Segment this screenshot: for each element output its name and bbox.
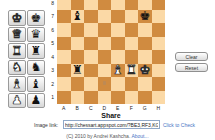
square-e5[interactable] [111, 37, 125, 51]
rank-label-7: 7 [46, 10, 55, 24]
palette-black-king[interactable]: ♚ [27, 10, 45, 26]
cursor-dot [103, 81, 106, 85]
square-f6[interactable] [125, 23, 139, 37]
copyright-text: (C) 2010 by Andrei Kashcha. [66, 133, 130, 139]
footer: (C) 2010 by Andrei Kashcha. About... [0, 133, 215, 139]
palette-white-queen[interactable]: ♛ [8, 27, 26, 43]
square-a2[interactable] [57, 77, 71, 91]
palette-white-king[interactable]: ♚ [8, 10, 26, 26]
piece-black-bishop-b7[interactable]: ♝ [71, 10, 85, 24]
square-h8[interactable] [152, 0, 166, 10]
square-h7[interactable] [152, 10, 166, 24]
palette-black-rook[interactable]: ♜ [27, 43, 45, 59]
piece-palette: ♚♚♛♛♜♜♞♞♝♝♟♟ [8, 10, 45, 108]
square-d6[interactable] [98, 23, 112, 37]
file-label-d: D [98, 105, 112, 111]
palette-black-knight[interactable]: ♞ [27, 60, 45, 76]
rank-label-2: 2 [46, 77, 55, 91]
palette-black-queen[interactable]: ♛ [27, 27, 45, 43]
square-a1[interactable] [57, 91, 71, 105]
rank-label-6: 6 [46, 23, 55, 37]
file-label-g: G [138, 105, 152, 111]
square-e8[interactable] [111, 0, 125, 10]
square-h3[interactable] [152, 64, 166, 78]
square-d7[interactable] [98, 10, 112, 24]
rank-label-4: 4 [46, 50, 55, 64]
square-a4[interactable] [57, 50, 71, 64]
square-h4[interactable] [152, 50, 166, 64]
square-c3[interactable] [84, 64, 98, 78]
file-label-a: A [57, 105, 71, 111]
square-f7[interactable] [125, 10, 139, 24]
palette-black-bishop[interactable]: ♝ [27, 76, 45, 92]
square-c2[interactable] [84, 77, 98, 91]
square-a7[interactable] [57, 10, 71, 24]
rank-label-5: 5 [46, 37, 55, 51]
square-a6[interactable] [57, 23, 71, 37]
square-c4[interactable] [84, 50, 98, 64]
square-d3[interactable] [98, 64, 112, 78]
palette-white-rook[interactable]: ♜ [8, 43, 26, 59]
square-e1[interactable] [111, 91, 125, 105]
image-link-label: Image link: [34, 122, 58, 128]
square-e7[interactable] [111, 10, 125, 24]
click-to-check-link[interactable]: Click to Check [163, 122, 195, 128]
square-g1[interactable] [138, 91, 152, 105]
square-b1[interactable] [71, 91, 85, 105]
file-labels: ABCDEFGH [57, 105, 165, 111]
file-label-e: E [111, 105, 125, 111]
square-f1[interactable] [125, 91, 139, 105]
square-g6[interactable] [138, 23, 152, 37]
file-label-b: B [71, 105, 85, 111]
square-d1[interactable] [98, 91, 112, 105]
rank-labels: 87654321 [46, 0, 55, 104]
piece-black-rook-b3[interactable]: ♜ [71, 64, 85, 78]
square-b2[interactable] [71, 77, 85, 91]
piece-white-king-g3[interactable]: ♚ [138, 64, 152, 78]
palette-white-pawn[interactable]: ♟ [8, 93, 26, 109]
square-f2[interactable] [125, 77, 139, 91]
palette-white-knight[interactable]: ♞ [8, 60, 26, 76]
square-a8[interactable] [57, 0, 71, 10]
piece-white-bishop-e3[interactable]: ♝ [111, 64, 125, 78]
square-c8[interactable] [84, 0, 98, 10]
about-link[interactable]: About... [131, 133, 148, 139]
square-c6[interactable] [84, 23, 98, 37]
palette-black-pawn[interactable]: ♟ [27, 93, 45, 109]
square-g2[interactable] [138, 77, 152, 91]
square-g5[interactable] [138, 37, 152, 51]
square-f8[interactable] [125, 0, 139, 10]
file-label-c: C [84, 105, 98, 111]
square-h2[interactable] [152, 77, 166, 91]
square-c7[interactable] [84, 10, 98, 24]
share-title: Share [57, 112, 165, 119]
file-label-h: H [152, 105, 166, 111]
palette-white-bishop[interactable]: ♝ [8, 76, 26, 92]
piece-white-rook-f3[interactable]: ♜ [125, 64, 139, 78]
file-label-f: F [125, 105, 139, 111]
square-b6[interactable] [71, 23, 85, 37]
reset-button[interactable]: Reset [175, 63, 208, 72]
square-a5[interactable] [57, 37, 71, 51]
square-b5[interactable] [71, 37, 85, 51]
square-e2[interactable] [111, 77, 125, 91]
rank-label-3: 3 [46, 64, 55, 78]
square-h6[interactable] [152, 23, 166, 37]
square-h1[interactable] [152, 91, 166, 105]
square-e6[interactable] [111, 23, 125, 37]
piece-black-king-g7[interactable]: ♚ [138, 10, 152, 24]
square-c1[interactable] [84, 91, 98, 105]
square-h5[interactable] [152, 37, 166, 51]
square-c5[interactable] [84, 37, 98, 51]
square-d4[interactable] [98, 50, 112, 64]
image-link-input[interactable] [63, 120, 160, 129]
square-d8[interactable] [98, 0, 112, 10]
rank-label-1: 1 [46, 91, 55, 105]
rank-label-8: 8 [46, 0, 55, 10]
chess-board[interactable]: ♝♚♜♝♜♚ [57, 0, 165, 104]
square-f5[interactable] [125, 37, 139, 51]
square-d5[interactable] [98, 37, 112, 51]
square-a3[interactable] [57, 64, 71, 78]
clear-button[interactable]: Clear [175, 52, 208, 61]
